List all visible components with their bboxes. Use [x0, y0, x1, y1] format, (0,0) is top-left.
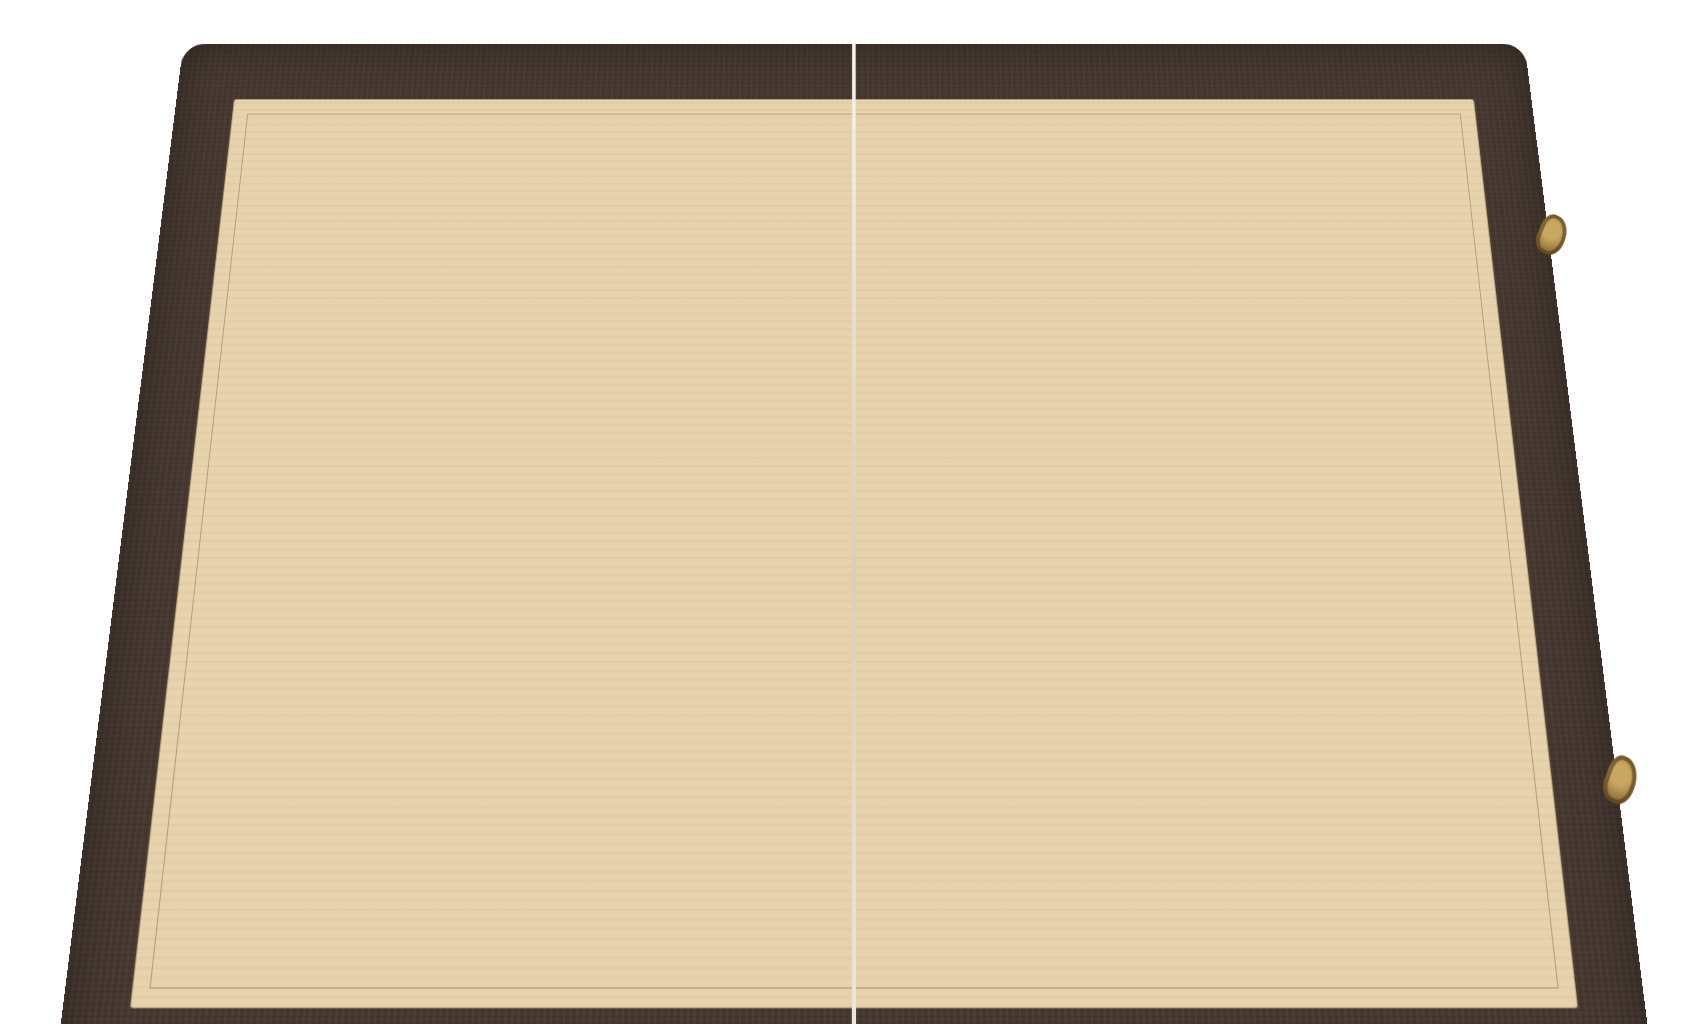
fold-seam	[851, 43, 855, 1024]
photo-scene	[124, 26, 1584, 1011]
board-top-surface	[52, 44, 1654, 1024]
chess-board	[52, 44, 1654, 1024]
